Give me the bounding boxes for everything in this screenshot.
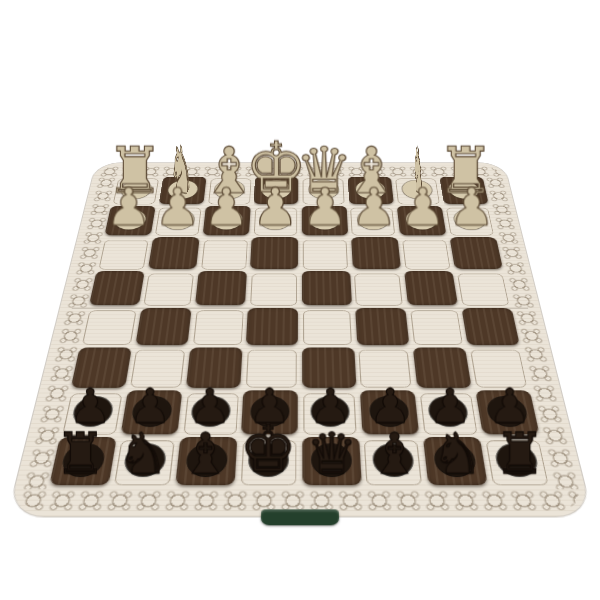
dark-wood-tile — [250, 237, 298, 269]
square-c4[interactable] — [351, 271, 406, 308]
square-h4[interactable] — [87, 271, 146, 308]
dark-wood-tile — [355, 308, 409, 345]
dark-wood-tile — [89, 271, 145, 305]
square-engraved-outline — [82, 310, 137, 345]
square-g4[interactable] — [140, 271, 197, 308]
square-engraved-outline — [193, 310, 244, 345]
square-d4[interactable] — [300, 271, 353, 308]
piece-white-pawn-g2[interactable]: ♟ — [154, 181, 200, 233]
piece-white-pawn-c2[interactable]: ♟ — [350, 181, 396, 233]
square-c3[interactable] — [349, 238, 402, 272]
square-a3[interactable] — [448, 238, 505, 272]
square-c2[interactable]: ♟ — [348, 206, 399, 237]
dark-wood-tile — [135, 308, 191, 345]
piece-black-rook-a8[interactable]: ♜ — [495, 424, 546, 481]
dark-wood-tile — [462, 308, 520, 345]
dark-wood-tile — [450, 237, 504, 269]
square-h2[interactable]: ♟ — [103, 206, 158, 237]
product-photo: ♜♞♝♚♛♝♞♜♟♟♟♟♟♟♟♟♟♟♟♟♟♟♟♟♜♞♝♚♛♝♞♜ — [0, 0, 600, 600]
square-b5[interactable] — [407, 308, 467, 348]
square-h8[interactable]: ♜ — [47, 437, 119, 488]
square-b8[interactable]: ♞ — [421, 437, 490, 488]
square-d2[interactable]: ♟ — [300, 206, 349, 237]
square-a2[interactable]: ♟ — [443, 206, 498, 237]
piece-black-knight-b8[interactable]: ♞ — [432, 424, 483, 481]
square-engraved-outline — [99, 240, 149, 270]
dark-wood-tile — [302, 271, 352, 305]
square-engraved-outline — [402, 240, 450, 270]
piece-black-queen-d8[interactable]: ♛ — [306, 424, 357, 481]
dark-wood-tile — [351, 237, 401, 269]
square-e8[interactable]: ♚ — [237, 437, 300, 488]
square-b4[interactable] — [402, 271, 459, 308]
square-engraved-outline — [354, 274, 403, 306]
square-engraved-outline — [250, 274, 297, 306]
square-h3[interactable] — [95, 238, 152, 272]
piece-white-pawn-d2[interactable]: ♟ — [301, 181, 347, 233]
square-h5[interactable] — [78, 308, 140, 348]
piece-black-bishop-c8[interactable]: ♝ — [369, 424, 420, 481]
board-scene: ♜♞♝♚♛♝♞♜♟♟♟♟♟♟♟♟♟♟♟♟♟♟♟♟♜♞♝♚♛♝♞♜ — [0, 0, 600, 600]
piece-white-pawn-a2[interactable]: ♟ — [449, 181, 495, 233]
square-b2[interactable]: ♟ — [395, 206, 448, 237]
square-c8[interactable]: ♝ — [360, 437, 426, 488]
square-g5[interactable] — [134, 308, 194, 348]
dark-wood-tile — [404, 271, 458, 305]
square-b3[interactable] — [399, 238, 454, 272]
board-sheet: ♜♞♝♚♛♝♞♜♟♟♟♟♟♟♟♟♟♟♟♟♟♟♟♟♜♞♝♚♛♝♞♜ — [8, 163, 592, 517]
square-e2[interactable]: ♟ — [251, 206, 300, 237]
square-g3[interactable] — [146, 238, 201, 272]
square-a4[interactable] — [454, 271, 513, 308]
dark-wood-tile — [195, 271, 247, 305]
piece-white-pawn-e2[interactable]: ♟ — [252, 181, 298, 233]
square-engraved-outline — [201, 240, 248, 270]
square-f2[interactable]: ♟ — [201, 206, 252, 237]
square-g2[interactable]: ♟ — [152, 206, 205, 237]
square-a8[interactable]: ♜ — [481, 437, 553, 488]
piece-black-bishop-f8[interactable]: ♝ — [180, 424, 231, 481]
square-e3[interactable] — [249, 238, 300, 272]
piece-white-pawn-h2[interactable]: ♟ — [105, 181, 151, 233]
square-engraved-outline — [303, 310, 352, 345]
scrollwork-border-bottom — [16, 488, 583, 511]
square-d8[interactable]: ♛ — [300, 437, 363, 488]
square-e4[interactable] — [247, 271, 300, 308]
piece-black-king-e8[interactable]: ♚ — [240, 417, 297, 481]
square-e5[interactable] — [245, 308, 300, 348]
square-d3[interactable] — [300, 238, 351, 272]
box-latch-icon — [261, 509, 340, 525]
square-engraved-outline — [457, 274, 509, 306]
square-engraved-outline — [303, 240, 348, 270]
square-engraved-outline — [410, 310, 463, 345]
square-engraved-outline — [144, 274, 194, 306]
board-fold-seam — [72, 308, 529, 309]
square-f3[interactable] — [198, 238, 251, 272]
dark-wood-tile — [246, 308, 298, 345]
square-f5[interactable] — [189, 308, 247, 348]
piece-black-rook-h8[interactable]: ♜ — [55, 424, 106, 481]
square-d5[interactable] — [300, 308, 355, 348]
piece-black-knight-g8[interactable]: ♞ — [117, 424, 168, 481]
piece-white-pawn-f2[interactable]: ♟ — [203, 181, 249, 233]
square-f4[interactable] — [194, 271, 249, 308]
square-g8[interactable]: ♞ — [110, 437, 179, 488]
square-c5[interactable] — [353, 308, 411, 348]
chess-board: ♜♞♝♚♛♝♞♜♟♟♟♟♟♟♟♟♟♟♟♟♟♟♟♟♜♞♝♚♛♝♞♜ — [47, 177, 553, 489]
square-a5[interactable] — [460, 308, 522, 348]
piece-white-pawn-b2[interactable]: ♟ — [400, 181, 446, 233]
dark-wood-tile — [148, 237, 200, 269]
square-f8[interactable]: ♝ — [173, 437, 239, 488]
